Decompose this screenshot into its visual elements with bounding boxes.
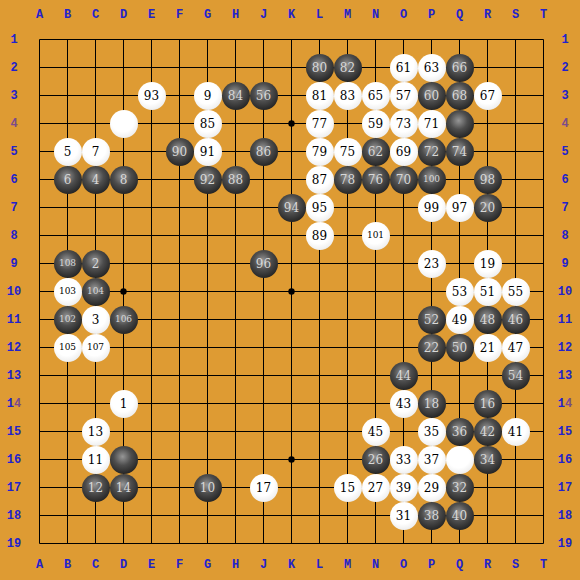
stone-P11-move-52[interactable]: 52	[418, 306, 446, 334]
col-label-bottom-S: S	[512, 558, 519, 572]
stone-O2-move-61[interactable]: 61	[390, 54, 418, 82]
stone-Q4-setup[interactable]	[446, 110, 474, 138]
row-label-left-19: 19	[7, 537, 21, 551]
stone-O17-move-39[interactable]: 39	[390, 474, 418, 502]
stone-P12-move-22[interactable]: 22	[418, 334, 446, 362]
row-label-left-17: 17	[7, 481, 21, 495]
star-point-K4	[288, 120, 294, 126]
stone-Q3-move-68[interactable]: 68	[446, 82, 474, 110]
stone-Q16-setup[interactable]	[446, 446, 474, 474]
stone-D14-move-1[interactable]: 1	[110, 390, 138, 418]
row-label-left-13: 13	[7, 369, 21, 383]
col-label-top-N: N	[372, 8, 379, 22]
row-label-left-12: 12	[7, 341, 21, 355]
row-label-right-17: 17	[558, 481, 572, 495]
stone-D4-setup[interactable]	[110, 110, 138, 138]
col-label-top-E: E	[148, 8, 155, 22]
stone-N8-move-101[interactable]: 101	[362, 222, 390, 250]
stone-C15-move-13[interactable]: 13	[82, 418, 110, 446]
col-label-bottom-N: N	[372, 558, 379, 572]
stone-C12-move-107[interactable]: 107	[82, 334, 110, 362]
stone-G17-move-10[interactable]: 10	[194, 474, 222, 502]
stone-H6-move-88[interactable]: 88	[222, 166, 250, 194]
row-label-left-8: 8	[10, 229, 17, 243]
stone-F5-move-90[interactable]: 90	[166, 138, 194, 166]
stone-P6-move-100[interactable]: 100	[418, 166, 446, 194]
stone-Q11-move-49[interactable]: 49	[446, 306, 474, 334]
col-label-bottom-O: O	[400, 558, 407, 572]
stone-B9-move-108[interactable]: 108	[54, 250, 82, 278]
col-label-bottom-M: M	[344, 558, 351, 572]
row-label-right-7: 7	[561, 201, 568, 215]
stone-S10-move-55[interactable]: 55	[502, 278, 530, 306]
row-label-left-11: 11	[7, 313, 21, 327]
stone-R10-move-51[interactable]: 51	[474, 278, 502, 306]
go-board[interactable]: AABBCCDDEEFFGGHHJJKKLLMMNNOOPPQQRRSSTT11…	[0, 0, 580, 580]
stone-B11-move-102[interactable]: 102	[54, 306, 82, 334]
stone-R9-move-19[interactable]: 19	[474, 250, 502, 278]
star-point-D10	[120, 288, 126, 294]
row-label-right-16: 16	[558, 453, 572, 467]
stone-J5-move-86[interactable]: 86	[250, 138, 278, 166]
col-label-top-F: F	[176, 8, 183, 22]
stone-H3-move-84[interactable]: 84	[222, 82, 250, 110]
stone-O6-move-70[interactable]: 70	[390, 166, 418, 194]
stone-M3-move-83[interactable]: 83	[334, 82, 362, 110]
col-label-top-A: A	[36, 8, 43, 22]
row-label-right-1: 1	[561, 33, 568, 47]
stone-G4-move-85[interactable]: 85	[194, 110, 222, 138]
stone-N6-move-76[interactable]: 76	[362, 166, 390, 194]
row-label-left-18: 18	[7, 509, 21, 523]
stone-Q18-move-40[interactable]: 40	[446, 502, 474, 530]
stone-C9-move-2[interactable]: 2	[82, 250, 110, 278]
stone-P17-move-29[interactable]: 29	[418, 474, 446, 502]
col-label-top-T: T	[540, 8, 547, 22]
stone-L6-move-87[interactable]: 87	[306, 166, 334, 194]
row-label-left-4: 4	[10, 117, 17, 131]
col-label-bottom-B: B	[64, 558, 71, 572]
col-label-bottom-T: T	[540, 558, 547, 572]
stone-K7-move-94[interactable]: 94	[278, 194, 306, 222]
stone-R15-move-42[interactable]: 42	[474, 418, 502, 446]
col-label-top-G: G	[204, 8, 211, 22]
row-label-right-2: 2	[561, 61, 568, 75]
stone-R12-move-21[interactable]: 21	[474, 334, 502, 362]
star-point-K16	[288, 456, 294, 462]
stone-B6-move-6[interactable]: 6	[54, 166, 82, 194]
col-label-bottom-L: L	[316, 558, 323, 572]
col-label-top-H: H	[232, 8, 239, 22]
col-label-bottom-K: K	[288, 558, 295, 572]
col-label-top-D: D	[120, 8, 127, 22]
stone-S11-move-46[interactable]: 46	[502, 306, 530, 334]
stone-J17-move-17[interactable]: 17	[250, 474, 278, 502]
stone-P15-move-35[interactable]: 35	[418, 418, 446, 446]
stone-N3-move-65[interactable]: 65	[362, 82, 390, 110]
row-label-right-3: 3	[561, 89, 568, 103]
col-label-bottom-P: P	[428, 558, 435, 572]
stone-E3-move-93[interactable]: 93	[138, 82, 166, 110]
stone-G6-move-92[interactable]: 92	[194, 166, 222, 194]
stone-C16-move-11[interactable]: 11	[82, 446, 110, 474]
stone-O4-move-73[interactable]: 73	[390, 110, 418, 138]
col-label-bottom-D: D	[120, 558, 127, 572]
stone-P9-move-23[interactable]: 23	[418, 250, 446, 278]
row-label-left-15: 15	[7, 425, 21, 439]
stone-S12-move-47[interactable]: 47	[502, 334, 530, 362]
col-label-top-P: P	[428, 8, 435, 22]
stone-O13-move-44[interactable]: 44	[390, 362, 418, 390]
col-label-top-C: C	[92, 8, 99, 22]
row-label-right-11: 11	[558, 313, 572, 327]
stone-O18-move-31[interactable]: 31	[390, 502, 418, 530]
row-label-right-12: 12	[558, 341, 572, 355]
stone-L3-move-81[interactable]: 81	[306, 82, 334, 110]
row-label-right-13: 13	[558, 369, 572, 383]
col-label-top-O: O	[400, 8, 407, 22]
row-label-right-4: 4	[561, 117, 568, 131]
stone-P2-move-63[interactable]: 63	[418, 54, 446, 82]
stone-R7-move-20[interactable]: 20	[474, 194, 502, 222]
row-label-right-8: 8	[561, 229, 568, 243]
row-label-right-10: 10	[558, 285, 572, 299]
stone-R6-move-98[interactable]: 98	[474, 166, 502, 194]
row-label-left-9: 9	[10, 257, 17, 271]
stone-Q12-move-50[interactable]: 50	[446, 334, 474, 362]
stone-G5-move-91[interactable]: 91	[194, 138, 222, 166]
stone-D6-move-8[interactable]: 8	[110, 166, 138, 194]
stone-D11-move-106[interactable]: 106	[110, 306, 138, 334]
stone-Q5-move-74[interactable]: 74	[446, 138, 474, 166]
row-label-right-6: 6	[561, 173, 568, 187]
col-label-bottom-A: A	[36, 558, 43, 572]
row-label-right-5: 5	[561, 145, 568, 159]
col-label-top-J: J	[260, 8, 267, 22]
stone-L5-move-79[interactable]: 79	[306, 138, 334, 166]
row-label-right-15: 15	[558, 425, 572, 439]
col-label-bottom-H: H	[232, 558, 239, 572]
stone-O5-move-69[interactable]: 69	[390, 138, 418, 166]
stone-S15-move-41[interactable]: 41	[502, 418, 530, 446]
stone-R14-move-16[interactable]: 16	[474, 390, 502, 418]
stone-D16-setup[interactable]	[110, 446, 138, 474]
stone-M2-move-82[interactable]: 82	[334, 54, 362, 82]
row-label-left-10: 10	[7, 285, 21, 299]
col-label-top-Q: Q	[456, 8, 463, 22]
stone-P14-move-18[interactable]: 18	[418, 390, 446, 418]
stone-Q15-move-36[interactable]: 36	[446, 418, 474, 446]
stone-N5-move-62[interactable]: 62	[362, 138, 390, 166]
stone-P18-move-38[interactable]: 38	[418, 502, 446, 530]
row-label-left-3: 3	[10, 89, 17, 103]
stone-B10-move-103[interactable]: 103	[54, 278, 82, 306]
stone-P4-move-71[interactable]: 71	[418, 110, 446, 138]
stone-L8-move-89[interactable]: 89	[306, 222, 334, 250]
row-label-left-1: 1	[10, 33, 17, 47]
stone-P3-move-60[interactable]: 60	[418, 82, 446, 110]
col-label-top-S: S	[512, 8, 519, 22]
stone-C6-move-4[interactable]: 4	[82, 166, 110, 194]
stone-Q10-move-53[interactable]: 53	[446, 278, 474, 306]
stone-S13-move-54[interactable]: 54	[502, 362, 530, 390]
row-label-left-14: 14	[7, 397, 21, 411]
stone-N15-move-45[interactable]: 45	[362, 418, 390, 446]
stone-Q7-move-97[interactable]: 97	[446, 194, 474, 222]
stone-L7-move-95[interactable]: 95	[306, 194, 334, 222]
col-label-bottom-C: C	[92, 558, 99, 572]
stone-P7-move-99[interactable]: 99	[418, 194, 446, 222]
col-label-bottom-R: R	[484, 558, 491, 572]
stone-R3-move-67[interactable]: 67	[474, 82, 502, 110]
row-label-right-9: 9	[561, 257, 568, 271]
stone-J9-move-96[interactable]: 96	[250, 250, 278, 278]
stone-P16-move-37[interactable]: 37	[418, 446, 446, 474]
stone-L4-move-77[interactable]: 77	[306, 110, 334, 138]
stone-G3-move-9[interactable]: 9	[194, 82, 222, 110]
stone-O14-move-43[interactable]: 43	[390, 390, 418, 418]
col-label-top-B: B	[64, 8, 71, 22]
stone-O16-move-33[interactable]: 33	[390, 446, 418, 474]
stone-C10-move-104[interactable]: 104	[82, 278, 110, 306]
star-point-K10	[288, 288, 294, 294]
stone-M17-move-15[interactable]: 15	[334, 474, 362, 502]
stone-J3-move-56[interactable]: 56	[250, 82, 278, 110]
col-label-bottom-F: F	[176, 558, 183, 572]
row-label-left-16: 16	[7, 453, 21, 467]
stone-B5-move-5[interactable]: 5	[54, 138, 82, 166]
col-label-bottom-E: E	[148, 558, 155, 572]
col-label-top-R: R	[484, 8, 491, 22]
row-label-left-6: 6	[10, 173, 17, 187]
col-label-bottom-J: J	[260, 558, 267, 572]
stone-R11-move-48[interactable]: 48	[474, 306, 502, 334]
stone-Q2-move-66[interactable]: 66	[446, 54, 474, 82]
col-label-bottom-Q: Q	[456, 558, 463, 572]
row-label-left-7: 7	[10, 201, 17, 215]
row-label-left-5: 5	[10, 145, 17, 159]
stone-D17-move-14[interactable]: 14	[110, 474, 138, 502]
stone-M6-move-78[interactable]: 78	[334, 166, 362, 194]
row-label-right-14: 14	[558, 397, 572, 411]
stone-M5-move-75[interactable]: 75	[334, 138, 362, 166]
stone-C11-move-3[interactable]: 3	[82, 306, 110, 334]
stone-N4-move-59[interactable]: 59	[362, 110, 390, 138]
col-label-top-K: K	[288, 8, 295, 22]
stone-C17-move-12[interactable]: 12	[82, 474, 110, 502]
stone-P5-move-72[interactable]: 72	[418, 138, 446, 166]
stone-R16-move-34[interactable]: 34	[474, 446, 502, 474]
row-label-right-19: 19	[558, 537, 572, 551]
stone-L2-move-80[interactable]: 80	[306, 54, 334, 82]
stone-C5-move-7[interactable]: 7	[82, 138, 110, 166]
stone-N17-move-27[interactable]: 27	[362, 474, 390, 502]
stone-O3-move-57[interactable]: 57	[390, 82, 418, 110]
col-label-top-L: L	[316, 8, 323, 22]
col-label-bottom-G: G	[204, 558, 211, 572]
stone-N16-move-26[interactable]: 26	[362, 446, 390, 474]
row-label-left-2: 2	[10, 61, 17, 75]
stone-B12-move-105[interactable]: 105	[54, 334, 82, 362]
row-label-right-18: 18	[558, 509, 572, 523]
stone-Q17-move-32[interactable]: 32	[446, 474, 474, 502]
col-label-top-M: M	[344, 8, 351, 22]
